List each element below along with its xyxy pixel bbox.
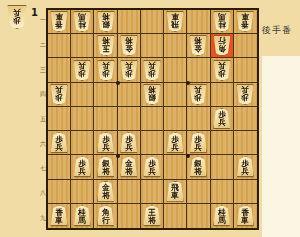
board-grid: 香車桂馬銀将飛車桂馬香車玉将金将金将角行歩兵歩兵歩兵歩兵歩兵歩兵銀将歩兵歩兵歩兵… [48,10,257,228]
sente-piece-桂馬[interactable]: 桂馬 [73,205,91,226]
board-cell[interactable] [187,204,210,228]
board-cell[interactable]: 香車 [48,10,71,34]
board-cell[interactable] [234,107,257,131]
board-cell[interactable] [118,83,141,107]
board-cell[interactable] [71,180,94,204]
board-cell[interactable] [48,34,71,58]
board-cell[interactable]: 香車 [234,204,257,228]
board-cell[interactable]: 歩兵 [71,155,94,179]
sente-piece-歩兵[interactable]: 歩兵 [97,132,115,153]
board-cell[interactable]: 角行 [211,34,234,58]
board-cell[interactable] [211,155,234,179]
board-cell[interactable] [118,180,141,204]
board-cell[interactable] [234,180,257,204]
gote-piece-金将[interactable]: 金将 [120,35,138,56]
board-cell[interactable]: 歩兵 [94,131,117,155]
board-cell[interactable] [234,34,257,58]
board-cell[interactable]: 銀将 [94,155,117,179]
board-cell[interactable]: 歩兵 [48,83,71,107]
board-cell[interactable] [211,131,234,155]
board-cell[interactable]: 歩兵 [234,83,257,107]
board-cell[interactable]: 歩兵 [187,131,210,155]
rank-label: 五 [39,107,46,132]
board-cell[interactable]: 銀将 [187,155,210,179]
shogi-board: 香車桂馬銀将飛車桂馬香車玉将金将金将角行歩兵歩兵歩兵歩兵歩兵歩兵銀将歩兵歩兵歩兵… [46,8,259,230]
board-cell[interactable] [164,155,187,179]
gote-hand-pawn-count: 1 [31,7,38,18]
board-cell[interactable] [234,58,257,82]
board-cell[interactable] [48,107,71,131]
board-cell[interactable] [48,180,71,204]
sente-piece-王将[interactable]: 王将 [143,205,161,226]
gote-piece-桂馬[interactable]: 桂馬 [73,11,91,32]
board-cell[interactable] [71,131,94,155]
board-cell[interactable]: 歩兵 [71,58,94,82]
board-cell[interactable]: 桂馬 [71,10,94,34]
board-cell[interactable]: 飛車 [164,10,187,34]
board-cell[interactable] [71,83,94,107]
board-cell[interactable] [141,34,164,58]
board-cell[interactable] [211,83,234,107]
board-cell[interactable] [141,131,164,155]
board-cell[interactable] [187,10,210,34]
board-cell[interactable] [71,107,94,131]
board-cell[interactable]: 歩兵 [94,58,117,82]
sente-piece-銀将[interactable]: 銀将 [97,156,115,177]
gote-piece-歩兵[interactable]: 歩兵 [50,84,68,105]
board-cell[interactable]: 歩兵 [211,107,234,131]
board-cell[interactable] [234,131,257,155]
board-cell[interactable] [141,10,164,34]
gote-piece-歩兵[interactable]: 歩兵 [213,60,231,81]
gote-piece-金将[interactable]: 金将 [189,35,207,56]
rank-label: 三 [39,57,46,82]
sente-hand-tray [262,56,300,237]
board-cell[interactable]: 王将 [141,204,164,228]
gote-piece-玉将[interactable]: 玉将 [97,35,115,56]
board-cell[interactable]: 桂馬 [211,10,234,34]
gote-piece-香車[interactable]: 香車 [50,11,68,32]
rank-label: 二 [39,33,46,58]
sente-piece-桂馬[interactable]: 桂馬 [213,205,231,226]
board-cell[interactable] [164,58,187,82]
board-cell[interactable]: 歩兵 [187,83,210,107]
sente-piece-金将[interactable]: 金将 [97,181,115,202]
board-cell[interactable]: 歩兵 [48,131,71,155]
board-cell[interactable] [187,180,210,204]
sente-piece-銀将[interactable]: 銀将 [189,156,207,177]
gote-hand-piece-pawn[interactable]: 歩兵 [7,5,27,29]
board-cell[interactable]: 歩兵 [211,58,234,82]
sente-piece-香車[interactable]: 香車 [236,205,254,226]
board-cell[interactable] [141,107,164,131]
board-cell[interactable]: 玉将 [94,34,117,58]
sente-piece-歩兵[interactable]: 歩兵 [166,132,184,153]
board-cell[interactable] [71,34,94,58]
rank-label: 九 [39,205,46,230]
board-cell[interactable]: 銀将 [141,83,164,107]
board-cell[interactable]: 金将 [118,155,141,179]
rank-label: 四 [39,82,46,107]
turn-indicator: 後手番 [262,25,300,36]
board-cell[interactable]: 銀将 [94,10,117,34]
sente-piece-歩兵[interactable]: 歩兵 [50,132,68,153]
board-cell[interactable]: 金将 [118,34,141,58]
sente-piece-歩兵[interactable]: 歩兵 [236,156,254,177]
gote-piece-歩兵[interactable]: 歩兵 [73,60,91,81]
sente-piece-飛車[interactable]: 飛車 [166,181,184,202]
rank-label: 六 [39,131,46,156]
board-cell[interactable]: 金将 [94,180,117,204]
board-cell[interactable]: 歩兵 [164,131,187,155]
gote-piece-歩兵[interactable]: 歩兵 [236,84,254,105]
gote-piece-歩兵[interactable]: 歩兵 [189,84,207,105]
board-cell[interactable] [118,107,141,131]
board-cell[interactable] [48,155,71,179]
board-cell[interactable]: 桂馬 [211,204,234,228]
board-cell[interactable] [164,34,187,58]
sente-piece-香車[interactable]: 香車 [50,205,68,226]
board-cell[interactable] [164,83,187,107]
board-cell[interactable]: 角行 [94,204,117,228]
board-cell[interactable] [164,107,187,131]
sente-piece-歩兵[interactable]: 歩兵 [73,156,91,177]
board-cell[interactable]: 金将 [187,34,210,58]
board-cell[interactable]: 歩兵 [141,58,164,82]
board-cell[interactable]: 桂馬 [71,204,94,228]
board-cell[interactable] [187,58,210,82]
sente-piece-角行[interactable]: 角行 [97,205,115,226]
board-cell[interactable]: 香車 [234,10,257,34]
board-cell[interactable] [141,180,164,204]
board-cell[interactable] [94,83,117,107]
board-cell[interactable] [94,107,117,131]
rank-labels: 一二三四五六七八九 [39,8,46,230]
sente-piece-歩兵[interactable]: 歩兵 [143,156,161,177]
board-cell[interactable] [48,58,71,82]
board-cell[interactable]: 飛車 [164,180,187,204]
gote-piece-歩兵[interactable]: 歩兵 [143,60,161,81]
sente-piece-歩兵[interactable]: 歩兵 [120,132,138,153]
board-cell[interactable] [211,180,234,204]
board-cell[interactable] [118,10,141,34]
rank-label: 八 [39,181,46,206]
gote-piece-飛車[interactable]: 飛車 [166,11,184,32]
board-cell[interactable] [164,204,187,228]
sente-piece-歩兵[interactable]: 歩兵 [213,108,231,129]
gote-piece-歩兵[interactable]: 歩兵 [120,60,138,81]
board-cell[interactable]: 香車 [48,204,71,228]
board-cell[interactable] [118,204,141,228]
board-cell[interactable]: 歩兵 [234,155,257,179]
gote-piece-桂馬[interactable]: 桂馬 [213,11,231,32]
board-cell[interactable]: 歩兵 [118,58,141,82]
gote-piece-角行[interactable]: 角行 [213,35,231,56]
gote-piece-香車[interactable]: 香車 [236,11,254,32]
gote-piece-銀将[interactable]: 銀将 [143,84,161,105]
gote-piece-銀将[interactable]: 銀将 [97,11,115,32]
rank-label: 一 [39,8,46,33]
sente-piece-金将[interactable]: 金将 [120,156,138,177]
board-cell[interactable] [187,107,210,131]
gote-piece-歩兵[interactable]: 歩兵 [97,60,115,81]
board-cell[interactable]: 歩兵 [141,155,164,179]
shogi-app: 歩兵 1 一二三四五六七八九 香車桂馬銀将飛車桂馬香車玉将金将金将角行歩兵歩兵歩… [0,0,300,237]
board-cell[interactable]: 歩兵 [118,131,141,155]
rank-label: 七 [39,156,46,181]
sente-piece-歩兵[interactable]: 歩兵 [189,132,207,153]
